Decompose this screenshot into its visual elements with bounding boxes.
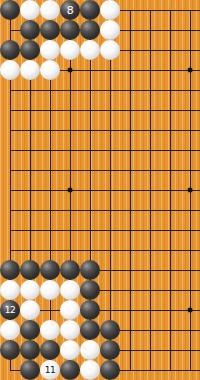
go-stone-white[interactable] [20, 280, 40, 300]
go-stone-white[interactable] [20, 0, 40, 20]
go-stone-black[interactable] [80, 20, 100, 40]
go-stone-black[interactable] [0, 260, 20, 280]
go-stone-black[interactable] [80, 280, 100, 300]
go-stone-black[interactable] [100, 360, 120, 380]
go-stone-white[interactable] [20, 300, 40, 320]
go-stone-black[interactable] [40, 260, 60, 280]
go-board[interactable]: 81211 [0, 0, 200, 380]
go-stone-white[interactable] [80, 360, 100, 380]
go-stone-black[interactable] [20, 20, 40, 40]
go-stone-black[interactable] [40, 340, 60, 360]
go-stone-white[interactable] [0, 280, 20, 300]
grid-horizontal-line [10, 250, 200, 251]
go-stone-white[interactable] [40, 60, 60, 80]
go-stone-white[interactable] [40, 40, 60, 60]
go-stone-black[interactable] [60, 360, 80, 380]
star-point [68, 68, 73, 73]
go-stone-white[interactable] [20, 60, 40, 80]
go-stone-white[interactable] [60, 300, 80, 320]
go-stone-black[interactable] [0, 40, 20, 60]
star-point [188, 68, 193, 73]
grid-horizontal-line [10, 130, 200, 131]
grid-horizontal-line [10, 110, 200, 111]
go-stone-white[interactable] [60, 340, 80, 360]
go-stone-black[interactable] [80, 0, 100, 20]
grid-horizontal-line [10, 170, 200, 171]
go-stone-white[interactable] [80, 340, 100, 360]
go-stone-black[interactable] [80, 320, 100, 340]
go-stone-black[interactable] [20, 260, 40, 280]
star-point [68, 188, 73, 193]
go-stone-black[interactable] [40, 20, 60, 40]
go-stone-black[interactable] [80, 300, 100, 320]
grid-horizontal-line [10, 210, 200, 211]
go-stone-black-move-12[interactable]: 12 [0, 300, 20, 320]
go-stone-white[interactable] [100, 0, 120, 20]
go-stone-white[interactable] [0, 320, 20, 340]
go-stone-black[interactable] [20, 360, 40, 380]
go-stone-white[interactable] [40, 0, 60, 20]
go-stone-white[interactable] [60, 320, 80, 340]
go-stone-black[interactable] [0, 340, 20, 360]
go-stone-black[interactable] [60, 20, 80, 40]
grid-horizontal-line [10, 150, 200, 151]
go-stone-white-move-11[interactable]: 11 [40, 360, 60, 380]
star-point [188, 308, 193, 313]
grid-horizontal-line [10, 230, 200, 231]
go-stone-white[interactable] [100, 40, 120, 60]
go-stone-black[interactable] [80, 260, 100, 280]
go-stone-white[interactable] [100, 20, 120, 40]
go-stone-black[interactable] [100, 340, 120, 360]
go-stone-black[interactable] [100, 320, 120, 340]
go-stone-white[interactable] [40, 320, 60, 340]
go-stone-black[interactable] [20, 340, 40, 360]
grid-horizontal-line [10, 90, 200, 91]
go-stone-black[interactable] [20, 320, 40, 340]
go-stone-white[interactable] [60, 40, 80, 60]
go-stone-white[interactable] [80, 40, 100, 60]
go-stone-black[interactable] [0, 0, 20, 20]
grid-horizontal-line [10, 190, 200, 191]
go-stone-white[interactable] [0, 60, 20, 80]
go-stone-white[interactable] [40, 280, 60, 300]
go-stone-black[interactable] [60, 260, 80, 280]
star-point [188, 188, 193, 193]
go-stone-black[interactable] [20, 40, 40, 60]
go-stone-black-move-8[interactable]: 8 [60, 0, 80, 20]
go-stone-white[interactable] [60, 280, 80, 300]
